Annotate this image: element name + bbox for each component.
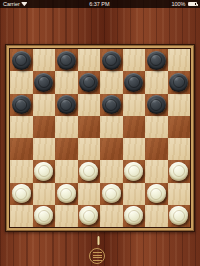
square-r1c3[interactable] (78, 71, 101, 93)
square-r5c7[interactable] (168, 160, 191, 182)
square-r5c4[interactable] (100, 160, 123, 182)
square-r7c2[interactable] (55, 205, 78, 227)
square-r1c5[interactable] (123, 71, 146, 93)
square-r3c2[interactable] (55, 116, 78, 138)
square-r0c2[interactable] (55, 49, 78, 71)
square-r2c2[interactable] (55, 94, 78, 116)
square-r0c4[interactable] (100, 49, 123, 71)
square-r1c1[interactable] (33, 71, 56, 93)
light-piece[interactable] (34, 162, 53, 181)
light-piece[interactable] (124, 206, 143, 225)
square-r3c1[interactable] (33, 116, 56, 138)
square-r7c3[interactable] (78, 205, 101, 227)
light-piece[interactable] (169, 162, 188, 181)
square-r6c1[interactable] (33, 183, 56, 205)
square-r1c0[interactable] (10, 71, 33, 93)
dark-piece[interactable] (79, 73, 98, 92)
square-r6c5[interactable] (123, 183, 146, 205)
light-piece[interactable] (57, 184, 76, 203)
square-r4c5[interactable] (123, 138, 146, 160)
square-r0c6[interactable] (145, 49, 168, 71)
menu-button[interactable] (89, 248, 105, 264)
square-r7c5[interactable] (123, 205, 146, 227)
square-r3c6[interactable] (145, 116, 168, 138)
menu-lines-icon (93, 252, 102, 261)
board-grid (9, 48, 191, 228)
square-r7c1[interactable] (33, 205, 56, 227)
square-r6c7[interactable] (168, 183, 191, 205)
square-r3c7[interactable] (168, 116, 191, 138)
dark-piece[interactable] (57, 95, 76, 114)
light-piece[interactable] (102, 184, 121, 203)
square-r1c4[interactable] (100, 71, 123, 93)
square-r3c5[interactable] (123, 116, 146, 138)
square-r4c4[interactable] (100, 138, 123, 160)
square-r4c7[interactable] (168, 138, 191, 160)
square-r5c6[interactable] (145, 160, 168, 182)
square-r7c4[interactable] (100, 205, 123, 227)
status-bar: Carrier 6:37 PM 100% (0, 0, 200, 8)
square-r6c2[interactable] (55, 183, 78, 205)
square-r0c3[interactable] (78, 49, 101, 71)
square-r3c3[interactable] (78, 116, 101, 138)
light-piece[interactable] (79, 206, 98, 225)
light-piece[interactable] (124, 162, 143, 181)
dark-piece[interactable] (57, 51, 76, 70)
dark-piece[interactable] (34, 73, 53, 92)
square-r4c3[interactable] (78, 138, 101, 160)
square-r2c0[interactable] (10, 94, 33, 116)
light-piece[interactable] (34, 206, 53, 225)
square-r7c6[interactable] (145, 205, 168, 227)
status-center: 6:37 PM (89, 0, 109, 8)
square-r1c7[interactable] (168, 71, 191, 93)
square-r1c6[interactable] (145, 71, 168, 93)
wifi-icon (21, 2, 27, 7)
dark-piece[interactable] (147, 95, 166, 114)
square-r6c4[interactable] (100, 183, 123, 205)
square-r4c1[interactable] (33, 138, 56, 160)
dark-piece[interactable] (124, 73, 143, 92)
square-r0c0[interactable] (10, 49, 33, 71)
status-left: Carrier (3, 0, 27, 8)
carrier-label: Carrier (3, 0, 20, 8)
checkers-board (5, 44, 195, 232)
square-r4c2[interactable] (55, 138, 78, 160)
square-r2c1[interactable] (33, 94, 56, 116)
square-r2c7[interactable] (168, 94, 191, 116)
battery-icon (188, 2, 197, 6)
status-right: 100% (171, 0, 197, 8)
square-r0c1[interactable] (33, 49, 56, 71)
square-r6c3[interactable] (78, 183, 101, 205)
dark-piece[interactable] (12, 95, 31, 114)
dark-piece[interactable] (102, 95, 121, 114)
square-r6c0[interactable] (10, 183, 33, 205)
square-r3c4[interactable] (100, 116, 123, 138)
light-piece[interactable] (79, 162, 98, 181)
square-r2c4[interactable] (100, 94, 123, 116)
turn-indicator-icon (97, 236, 100, 245)
dark-piece[interactable] (12, 51, 31, 70)
square-r5c1[interactable] (33, 160, 56, 182)
square-r1c2[interactable] (55, 71, 78, 93)
square-r7c0[interactable] (10, 205, 33, 227)
square-r2c6[interactable] (145, 94, 168, 116)
square-r0c7[interactable] (168, 49, 191, 71)
dark-piece[interactable] (102, 51, 121, 70)
square-r5c0[interactable] (10, 160, 33, 182)
square-r4c0[interactable] (10, 138, 33, 160)
dark-piece[interactable] (147, 51, 166, 70)
square-r6c6[interactable] (145, 183, 168, 205)
clock-label: 6:37 PM (89, 1, 109, 7)
square-r5c5[interactable] (123, 160, 146, 182)
square-r2c5[interactable] (123, 94, 146, 116)
app-screen: Carrier 6:37 PM 100% (0, 0, 200, 266)
square-r5c3[interactable] (78, 160, 101, 182)
light-piece[interactable] (12, 184, 31, 203)
battery-percent-label: 100% (171, 0, 185, 8)
light-piece[interactable] (147, 184, 166, 203)
square-r7c7[interactable] (168, 205, 191, 227)
dark-piece[interactable] (169, 73, 188, 92)
square-r5c2[interactable] (55, 160, 78, 182)
square-r2c3[interactable] (78, 94, 101, 116)
square-r3c0[interactable] (10, 116, 33, 138)
light-piece[interactable] (169, 206, 188, 225)
square-r0c5[interactable] (123, 49, 146, 71)
square-r4c6[interactable] (145, 138, 168, 160)
